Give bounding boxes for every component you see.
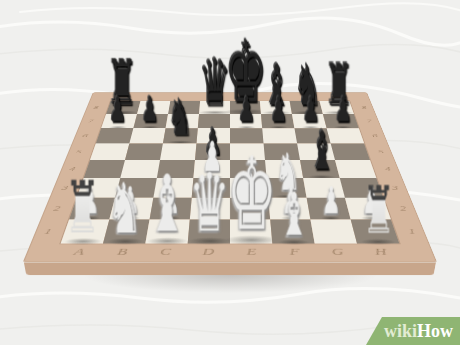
piece-black-pawn-h7: ♟ [334,93,351,128]
file-label-F: F [286,246,302,258]
rank-label-right-5: 5 [377,148,385,154]
file-label-E: E [244,246,259,258]
file-label-D: D [201,246,216,258]
board-front-edge [24,262,436,275]
rank-label-left-2: 2 [53,204,62,211]
perspective-scene: ABCDEFGH1122334455667788 ♜♛♚♝♞♜♟♟♟♟♟♟♟♞♟… [0,0,460,345]
square-g1 [310,220,357,244]
rank-label-right-6: 6 [371,133,378,138]
piece-black-pawn-a7: ♟ [109,93,126,128]
file-label-B: B [114,246,131,258]
piece-white-king-e1: ♚ [226,143,276,243]
wikihow-how-text: How [417,321,453,342]
square-e1: ♚ [230,220,272,244]
file-label-G: G [329,246,346,258]
wikihow-wiki-text: wiki [384,321,417,342]
rank-label-right-2: 2 [398,204,407,211]
piece-black-knight-c6: ♞ [167,93,192,143]
rank-label-right-8: 8 [361,105,367,109]
file-label-A: A [70,246,88,258]
piece-black-pawn-f7: ♟ [270,93,287,128]
square-a6 [96,128,134,143]
square-a1: ♜ [61,220,110,244]
rank-label-left-8: 8 [93,105,99,109]
piece-white-queen-d1: ♛ [189,163,229,244]
rank-label-left-7: 7 [87,118,94,123]
piece-white-bishop-c1: ♝ [147,165,186,243]
square-h5 [331,143,370,160]
piece-white-rook-h1: ♜ [362,178,395,243]
square-c1: ♝ [145,220,189,244]
board-grid: ♜♛♚♝♞♜♟♟♟♟♟♟♟♞♟♟♝♟♞♟♟♟♟♟♟♜♞♝♛♚♝♜ [61,101,400,244]
rank-label-left-1: 1 [43,227,53,235]
rank-label-left-5: 5 [75,148,83,154]
piece-black-pawn-e7: ♟ [237,93,254,128]
rank-label-right-7: 7 [366,118,373,123]
wikihow-watermark: wikiHow [366,317,460,345]
square-b1: ♞ [103,220,150,244]
square-h1: ♜ [351,220,400,244]
square-g4: ♝ [300,160,340,178]
file-label-C: C [157,246,173,258]
piece-white-knight-b1: ♞ [107,174,142,244]
square-a5 [90,143,129,160]
piece-white-bishop-f1: ♝ [279,185,308,244]
square-b6 [129,128,165,143]
file-label-H: H [372,246,390,258]
rank-label-left-6: 6 [82,133,89,138]
piece-white-pawn-g2: ♟ [321,182,340,219]
piece-white-rook-a1: ♜ [64,172,100,244]
rank-label-right-4: 4 [384,166,392,172]
piece-black-pawn-b7: ♟ [141,93,158,128]
rank-label-right-1: 1 [407,227,417,235]
chess-board: ABCDEFGH1122334455667788 ♜♛♚♝♞♜♟♟♟♟♟♟♟♞♟… [23,92,438,262]
square-d1: ♛ [188,220,230,244]
square-b5 [125,143,163,160]
illustration-canvas: ABCDEFGH1122334455667788 ♜♛♚♝♞♜♟♟♟♟♟♟♟♞♟… [0,0,460,345]
piece-black-bishop-g4: ♝ [308,125,334,178]
square-c6: ♞ [163,128,198,143]
